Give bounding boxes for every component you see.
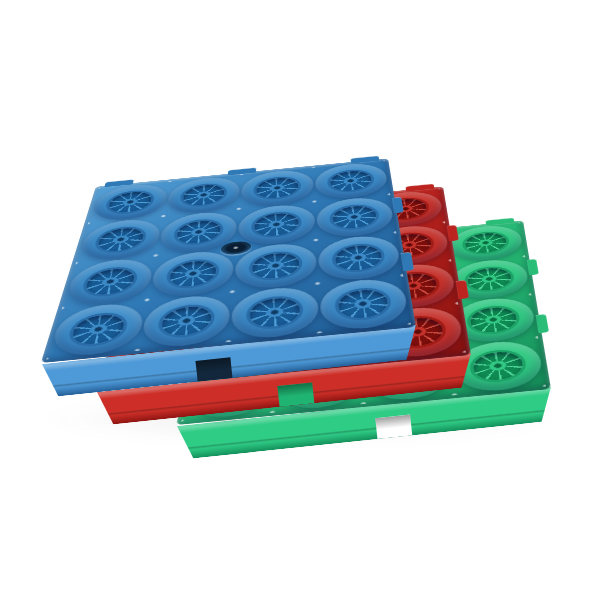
foot-recess [229, 284, 320, 342]
spoke-wheel-recess [467, 266, 513, 292]
foot-recess [46, 300, 147, 359]
spoke-wheel-recess [252, 251, 300, 280]
spoke-wheel-recess [469, 305, 518, 334]
spoke-wheel-recess [83, 267, 136, 297]
foot-mound [319, 276, 410, 332]
spoke-wheel-recess [256, 176, 298, 199]
spoke-wheel-recess [107, 190, 154, 214]
stacking-tab [536, 314, 549, 333]
foot-mound [148, 249, 235, 300]
foot-mound [139, 293, 232, 350]
spoke-wheel-recess [329, 169, 372, 192]
spoke-wheel-recess [167, 259, 217, 288]
foot-mound [48, 301, 146, 359]
foot-recess [318, 276, 411, 334]
spoke-wheel-recess [181, 183, 225, 207]
spoke-wheel-recess [249, 296, 300, 329]
product-photo [0, 0, 600, 600]
spoke-wheel-recess [332, 204, 378, 230]
foot-grid [46, 161, 411, 360]
spoke-wheel-recess [472, 349, 525, 382]
spoke-wheel-recess [96, 226, 146, 253]
stacking-tab [527, 259, 539, 275]
spoke-wheel-recess [69, 312, 126, 345]
pallet-blue [71, 98, 401, 398]
forklift-notch [196, 357, 233, 382]
foot-mound [317, 233, 402, 283]
foot-recess [137, 292, 232, 351]
foot-mound [230, 285, 319, 342]
spoke-wheel-recess [464, 231, 507, 254]
spoke-wheel-recess [334, 243, 383, 272]
spoke-wheel-recess [159, 304, 213, 337]
spoke-wheel-recess [175, 219, 222, 245]
spoke-wheel-recess [337, 287, 390, 320]
spoke-wheel-recess [254, 211, 299, 237]
